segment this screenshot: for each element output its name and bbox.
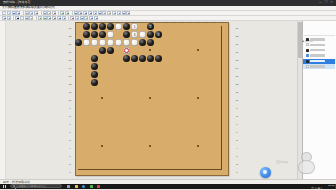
stone-b-J17 [139,39,146,46]
coord-col-top: O [179,21,186,24]
pass-icon[interactable] [102,11,106,15]
taskbar-search[interactable]: 在这里输入你要搜索的内容 [10,184,62,188]
coord-col-top: P [187,21,194,24]
stone-b-B18 [83,31,90,38]
add-variation-icon[interactable] [75,16,79,20]
tree-node-text [310,49,325,51]
stone-b-K15 [147,55,154,62]
stone-b-D16 [99,47,106,54]
white-stone-tool-icon[interactable] [20,16,24,20]
coord-col-top: R [203,21,210,24]
stone-b-L18: 4 [155,31,162,38]
coord-row-right: 17 [234,42,241,45]
coord-col-top: L [155,21,162,24]
stone-w-E17 [107,39,114,46]
play-mode-icon[interactable] [7,16,11,20]
zoom-out-icon[interactable] [126,11,130,15]
square-mark-icon[interactable] [43,16,47,20]
browser-mascot-watermark: QQ浏览器 [294,152,320,176]
window-controls[interactable]: — ❐ ✕ [319,0,334,4]
save-all-icon[interactable] [16,11,20,15]
windows-taskbar: 在这里输入你要搜索的内容 中 ∧ ▤ ♪ 20:15 2021/6/5 [0,184,336,190]
stone-b-C13 [91,71,98,78]
circle-mark-icon[interactable] [47,16,51,20]
coord-col-top: J [139,21,146,24]
coord-row-left: 5 [67,138,74,141]
star-point [149,97,151,99]
coord-col-top: E [107,21,114,24]
search-icon [13,185,15,187]
coord-row-left: 4 [67,146,74,149]
stone-w-D17 [99,39,106,46]
left-panel-strip [0,21,6,179]
coord-row-right: 19 [234,26,241,29]
mascot-body [298,160,315,174]
stone-w-C17 [91,39,98,46]
tree-view-icon[interactable] [80,16,84,20]
start-button[interactable] [3,185,6,188]
open-icon[interactable] [7,11,11,15]
coord-col-top: H [131,21,138,24]
coord-row-right: 10 [234,98,241,101]
file-explorer-icon[interactable] [75,185,78,188]
browser-icon[interactable] [82,185,85,188]
coord-row-right: 8 [234,114,241,117]
stone-b-K17 [147,39,154,46]
stone-w-H19: 1 [131,23,138,30]
comment-icon[interactable] [84,16,88,20]
stone-w-H18: 3 [131,31,138,38]
eraser-icon[interactable] [29,16,33,20]
stone-w-G16 [123,47,130,54]
stone-b-H15 [131,55,138,62]
coord-row-left: 8 [67,114,74,117]
move-number-label: 4 [156,32,160,36]
delete-icon[interactable] [52,11,56,15]
coord-row-right: 18 [234,34,241,37]
edit-mode-icon[interactable] [2,16,6,20]
stone-b-D19 [99,23,106,30]
star-point [197,145,199,147]
stone-b-C19 [91,23,98,30]
copy-icon[interactable] [43,11,47,15]
coord-row-left: 10 [67,98,74,101]
stone-b-L15 [155,55,162,62]
tree-node-3[interactable] [303,48,336,53]
tree-node-text [310,54,325,56]
prev-icon[interactable] [83,11,87,15]
coord-col-top: A [75,21,82,24]
cross-mark-icon[interactable] [52,16,56,20]
coord-col-top: B [83,21,90,24]
coord-row-right: 15 [234,58,241,61]
next-icon[interactable] [88,11,92,15]
tree-node-text [310,60,325,62]
tree-node-1[interactable] [303,37,336,42]
tree-node-2[interactable] [303,42,336,47]
toolbar-separator [41,11,42,15]
tree-node-text [310,38,325,40]
coord-row-left: 1 [67,170,74,173]
find-icon[interactable] [112,11,116,15]
star-point [101,145,103,147]
last-icon[interactable] [98,11,102,15]
stone-b-D18 [99,31,106,38]
node-black-icon [306,49,309,52]
board-setup-icon[interactable] [117,11,121,15]
coord-row-left: 2 [67,162,74,165]
undo-icon[interactable] [60,11,64,15]
game-tree-header: ◆ 棋谱树 [302,31,335,36]
stone-b-E16 [107,47,114,54]
coord-col-top: Q [195,21,202,24]
window-title: 围棋编辑 - [未命名1] [3,0,30,5]
coord-col-top: N [171,21,178,24]
coord-row-left: 3 [67,154,74,157]
stone-w-B17 [83,39,90,46]
coord-row-right: 13 [234,74,241,77]
toolbar-separator [58,11,59,15]
coord-row-right: 16 [234,50,241,53]
stone-w-E18 [107,31,114,38]
triangle-mark-icon[interactable] [38,16,42,20]
node-white-icon [306,65,309,68]
task-view-icon[interactable] [67,185,70,188]
coord-row-left: 11 [67,90,74,93]
coord-row-right: 11 [234,90,241,93]
star-point [101,97,103,99]
coord-col-top: S [211,21,218,24]
coord-row-right: 3 [234,154,241,157]
game-info-icon[interactable] [107,11,111,15]
node-blue-icon [306,54,309,57]
coord-row-left: 13 [67,74,74,77]
stone-w-G17 [123,39,130,46]
stone-w-H17 [131,39,138,46]
coord-row-left: 17 [67,42,74,45]
move-number-label: 1 [132,24,136,28]
coord-row-left: 12 [67,82,74,85]
print-icon[interactable] [25,11,29,15]
coord-col-top: F [115,21,122,24]
coord-row-right: 14 [234,66,241,69]
toolbar-separator [72,11,73,15]
coord-row-right: 5 [234,138,241,141]
stone-w-F17 [115,39,122,46]
move-number-label: 2 [148,24,152,28]
letter-mark-icon[interactable] [57,16,61,20]
next-10-icon[interactable] [93,11,97,15]
tree-node-6[interactable] [303,64,336,69]
tray-time: 20:15 [325,184,334,187]
alternate-tool-icon[interactable] [25,16,29,20]
star-point [197,49,199,51]
coord-col-top: G [123,21,130,24]
coord-row-right: 7 [234,122,241,125]
new-icon[interactable] [2,11,6,15]
stone-b-K19: 2 [147,23,154,30]
coord-row-right: 4 [234,146,241,149]
stone-w-F19 [115,23,122,30]
toolbar-separator [36,16,37,20]
stone-b-E19 [107,23,114,30]
star-point [149,49,151,51]
stone-w-J18 [139,31,146,38]
coord-row-right: 2 [234,162,241,165]
coord-row-left: 7 [67,122,74,125]
coord-row-left: 14 [67,66,74,69]
first-move-icon[interactable] [74,11,78,15]
redo-icon[interactable] [65,11,69,15]
stone-b-G18 [123,31,130,38]
tree-node-text [310,44,325,46]
zoom-in-icon[interactable] [122,11,126,15]
coord-row-left: 19 [67,26,74,29]
toolbar-separator [23,11,24,15]
stone-b-C12 [91,79,98,86]
stone-b-C18 [91,31,98,38]
coord-row-right: 9 [234,106,241,109]
coord-row-right: 1 [234,170,241,173]
tree-node-5[interactable] [303,59,336,64]
coord-row-right: 6 [234,130,241,133]
number-mark-icon[interactable] [62,16,66,20]
coord-col-top: K [147,21,154,24]
stone-b-B19 [83,23,90,30]
star-point [197,97,199,99]
save-icon[interactable] [12,11,16,15]
prev-10-icon[interactable] [78,11,82,15]
toolbar-separator [13,16,14,20]
tree-node-text [310,65,325,67]
floating-assistant-button[interactable] [260,167,271,178]
black-stone-tool-icon[interactable] [15,16,19,20]
preview-icon[interactable] [29,11,33,15]
settings-icon[interactable] [94,16,98,20]
coord-col-top: D [99,21,106,24]
media-player-icon[interactable] [97,185,100,188]
stone-b-J15 [139,55,146,62]
tree-node-4[interactable] [303,53,336,58]
coord-col-top: M [163,21,170,24]
coord-row-left: 16 [67,50,74,53]
rotate-board-icon[interactable] [89,16,93,20]
coord-col-top: C [91,21,98,24]
node-black-icon [306,60,309,63]
paste-icon[interactable] [47,11,51,15]
coord-row-left: 6 [67,130,74,133]
stone-b-G19 [123,23,130,30]
watermark-label: QQ浏览器 [276,160,288,164]
coord-row-right: 12 [234,82,241,85]
coord-row-left: 18 [67,34,74,37]
stone-b-G15 [123,55,130,62]
node-white-icon [306,43,309,46]
cut-icon[interactable] [34,11,38,15]
toolbar-separator [68,16,69,20]
stone-b-A17 [75,39,82,46]
taskbar-clock[interactable]: 20:15 2021/6/5 [311,184,334,189]
coord-row-left: 15 [67,58,74,61]
stone-b-C14 [91,63,98,70]
search-placeholder: 在这里输入你要搜索的内容 [16,184,46,188]
coord-col-top: T [219,21,226,24]
move-number-label: 3 [132,32,136,36]
delete-node-icon[interactable] [70,16,74,20]
stone-b-K18 [147,31,154,38]
wechat-icon[interactable] [90,185,93,188]
star-point [149,145,151,147]
coord-row-left: 9 [67,106,74,109]
menu-item-H[interactable]: 帮助(H) [45,5,55,9]
node-black-icon [306,38,309,41]
stone-b-C15 [91,55,98,62]
